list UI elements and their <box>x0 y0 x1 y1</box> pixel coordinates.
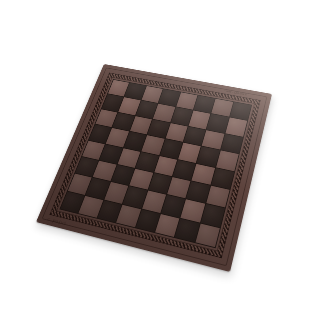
square-h1 <box>195 223 220 247</box>
product-photo-scene: -ww.goous c.pujui.... <box>0 0 320 320</box>
chessboard: -ww.goous c.pujui.... <box>36 64 272 272</box>
